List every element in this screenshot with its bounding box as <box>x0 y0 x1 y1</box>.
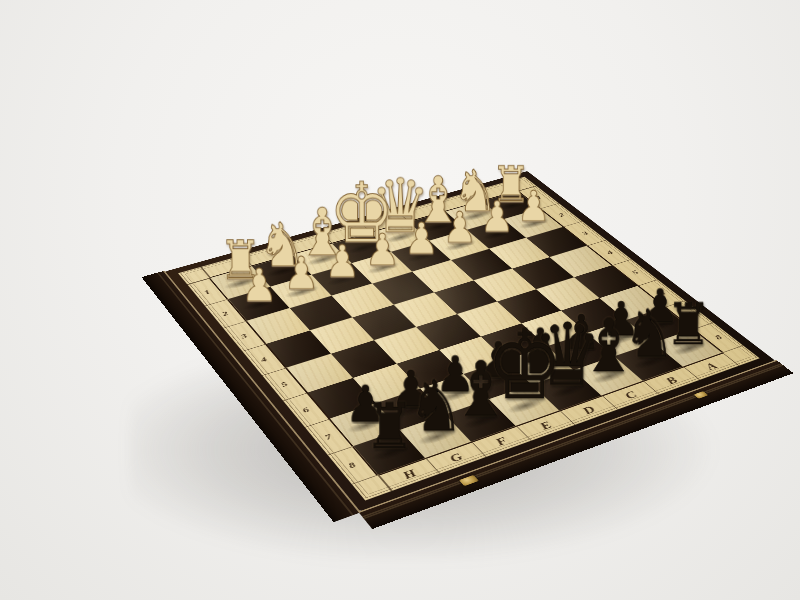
brass-clasp-icon <box>459 475 479 486</box>
piece-white-pawn-h2: ♟ <box>191 262 326 307</box>
brass-hinge-icon <box>693 391 708 399</box>
piece-black-rook-h8: ♜ <box>312 395 466 458</box>
rank-label-left-4: 4 <box>242 344 287 376</box>
chess-set-photo: 1♜♞♝♚♛♝♞♜12♟♟♟♟♟♟♟♟2334455667♟♟♟♟♟♟♟♟78♜… <box>0 0 800 600</box>
